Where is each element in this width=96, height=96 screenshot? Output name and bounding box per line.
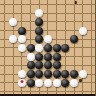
board-cell[interactable] xyxy=(35,0,44,9)
black-stone xyxy=(44,70,52,78)
board-cell[interactable] xyxy=(9,44,18,53)
board-cell[interactable] xyxy=(26,26,35,35)
board-cell[interactable] xyxy=(52,79,61,88)
board-cell[interactable] xyxy=(0,35,9,44)
board-cell[interactable] xyxy=(70,35,79,44)
board-cell[interactable] xyxy=(70,61,79,70)
board-cell[interactable] xyxy=(26,44,35,53)
board-cell[interactable] xyxy=(0,0,9,9)
white-stone xyxy=(44,35,52,43)
board-cell[interactable] xyxy=(44,79,53,88)
black-stone xyxy=(61,79,69,87)
black-stone xyxy=(35,35,43,43)
board-cell[interactable] xyxy=(35,79,44,88)
black-stone xyxy=(61,70,69,78)
board-cell[interactable] xyxy=(0,61,9,70)
black-stone xyxy=(44,61,52,69)
board-cell[interactable] xyxy=(79,52,88,61)
board-cell[interactable] xyxy=(61,26,70,35)
board-cell[interactable] xyxy=(79,44,88,53)
board-cell[interactable] xyxy=(26,79,35,88)
white-stone xyxy=(18,70,26,78)
board-cell[interactable] xyxy=(9,0,18,9)
board-cell[interactable] xyxy=(35,35,44,44)
board-cell[interactable] xyxy=(61,52,70,61)
board-cell[interactable] xyxy=(26,0,35,9)
board-cell[interactable] xyxy=(61,44,70,53)
board-cell[interactable] xyxy=(61,9,70,18)
board-cell[interactable] xyxy=(9,70,18,79)
board-cell[interactable] xyxy=(9,79,18,88)
board-cell[interactable] xyxy=(9,17,18,26)
board-cell[interactable] xyxy=(52,0,61,9)
board-cell[interactable] xyxy=(79,17,88,26)
black-stone xyxy=(27,79,35,87)
black-stone xyxy=(53,44,61,52)
board-cell[interactable] xyxy=(52,9,61,18)
black-stone xyxy=(35,70,43,78)
board-cell[interactable] xyxy=(26,17,35,26)
black-stone xyxy=(53,70,61,78)
black-stone xyxy=(35,53,43,61)
board-cell[interactable] xyxy=(17,70,26,79)
board-cell[interactable] xyxy=(44,61,53,70)
board-cell[interactable] xyxy=(44,0,53,9)
board-cell[interactable] xyxy=(52,44,61,53)
board-cell[interactable] xyxy=(61,0,70,9)
board-cell[interactable] xyxy=(35,9,44,18)
black-stone xyxy=(35,27,43,35)
board-cell[interactable] xyxy=(79,9,88,18)
black-stone xyxy=(44,44,52,52)
board-cell[interactable] xyxy=(70,70,79,79)
board-cell[interactable] xyxy=(70,52,79,61)
black-stone xyxy=(70,35,78,43)
black-stone xyxy=(53,61,61,69)
board-cell[interactable] xyxy=(61,61,70,70)
board-cell[interactable] xyxy=(79,70,88,79)
board-cell[interactable] xyxy=(0,9,9,18)
board-cell[interactable] xyxy=(0,52,9,61)
white-stone xyxy=(35,9,43,17)
white-stone xyxy=(35,44,43,52)
black-stone xyxy=(61,44,69,52)
board-cell[interactable] xyxy=(9,26,18,35)
board-cell[interactable] xyxy=(17,0,26,9)
board-cell[interactable] xyxy=(35,70,44,79)
black-stone xyxy=(27,44,35,52)
board-cell[interactable] xyxy=(79,26,88,35)
white-stone xyxy=(53,79,61,87)
board-cell[interactable] xyxy=(9,61,18,70)
white-stone xyxy=(70,79,78,87)
board-cell[interactable] xyxy=(26,35,35,44)
board-cell[interactable] xyxy=(52,52,61,61)
board-cell[interactable] xyxy=(0,44,9,53)
board-cell[interactable] xyxy=(61,70,70,79)
board-cell[interactable] xyxy=(9,9,18,18)
board-cell[interactable] xyxy=(70,17,79,26)
board-cell[interactable] xyxy=(44,70,53,79)
white-stone xyxy=(27,53,35,61)
board-cell[interactable] xyxy=(9,35,18,44)
board-cell[interactable] xyxy=(9,52,18,61)
board-cell[interactable] xyxy=(52,70,61,79)
black-stone xyxy=(27,70,35,78)
board-cell[interactable] xyxy=(35,17,44,26)
white-stone xyxy=(9,35,17,43)
board-cell[interactable] xyxy=(35,44,44,53)
board-cell[interactable] xyxy=(61,35,70,44)
white-stone xyxy=(44,79,52,87)
white-stone xyxy=(18,44,26,52)
board-cell[interactable] xyxy=(61,17,70,26)
go-board xyxy=(0,0,96,96)
board-cell[interactable] xyxy=(0,70,9,79)
black-stone xyxy=(18,27,26,35)
board-cell[interactable] xyxy=(79,79,88,88)
board-cell[interactable] xyxy=(26,70,35,79)
board-cell[interactable] xyxy=(70,44,79,53)
board-cell[interactable] xyxy=(44,26,53,35)
board-cell[interactable] xyxy=(70,9,79,18)
board-cell[interactable] xyxy=(52,17,61,26)
board-edge-right xyxy=(95,0,96,96)
board-cell[interactable] xyxy=(26,9,35,18)
board-cell[interactable] xyxy=(17,35,26,44)
board-edge-bottom xyxy=(0,94,96,96)
board-cell[interactable] xyxy=(0,17,9,26)
board-cell[interactable] xyxy=(70,26,79,35)
board-cell[interactable] xyxy=(44,52,53,61)
board-cell[interactable] xyxy=(26,61,35,70)
board-cell[interactable] xyxy=(17,26,26,35)
board-cell[interactable] xyxy=(17,61,26,70)
board-cell[interactable] xyxy=(17,52,26,61)
board-cell[interactable] xyxy=(44,17,53,26)
board-cell[interactable] xyxy=(0,26,9,35)
white-stone xyxy=(9,18,17,26)
black-stone xyxy=(70,70,78,78)
board-cell[interactable] xyxy=(17,9,26,18)
board-cell[interactable] xyxy=(35,26,44,35)
white-stone xyxy=(35,79,43,87)
board-cell[interactable] xyxy=(79,61,88,70)
go-grid xyxy=(0,0,96,96)
black-stone xyxy=(35,18,43,26)
board-cell[interactable] xyxy=(35,61,44,70)
last-move-marker xyxy=(20,80,23,83)
board-cell[interactable] xyxy=(44,9,53,18)
board-cell[interactable] xyxy=(26,52,35,61)
board-cell[interactable] xyxy=(17,44,26,53)
black-stone xyxy=(35,61,43,69)
board-cell[interactable] xyxy=(35,52,44,61)
board-cell[interactable] xyxy=(17,17,26,26)
board-cell[interactable] xyxy=(70,79,79,88)
board-cell[interactable] xyxy=(61,79,70,88)
board-cell[interactable] xyxy=(52,26,61,35)
board-cell[interactable] xyxy=(0,79,9,88)
black-stone xyxy=(27,61,35,69)
white-stone xyxy=(79,70,87,78)
board-cell[interactable] xyxy=(70,0,79,9)
white-stone xyxy=(79,27,87,35)
board-cell[interactable] xyxy=(79,35,88,44)
board-cell[interactable] xyxy=(52,61,61,70)
black-stone xyxy=(53,53,61,61)
board-cell[interactable] xyxy=(44,35,53,44)
white-stone xyxy=(18,79,26,87)
black-stone xyxy=(44,53,52,61)
board-cell[interactable] xyxy=(17,79,26,88)
white-stone xyxy=(18,35,26,43)
board-cell[interactable] xyxy=(79,0,88,9)
board-cell[interactable] xyxy=(44,44,53,53)
board-cell[interactable] xyxy=(52,35,61,44)
